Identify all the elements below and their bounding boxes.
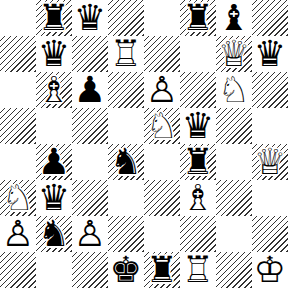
- white-queen-icon: ♕: [216, 36, 252, 72]
- piece-white-bishop[interactable]: ♝♗: [36, 72, 72, 108]
- square-c8[interactable]: ♛♛: [72, 0, 108, 36]
- square-g1[interactable]: [216, 252, 252, 288]
- square-f5[interactable]: ♛♛: [180, 108, 216, 144]
- piece-white-pawn[interactable]: ♟♙: [72, 216, 108, 252]
- square-a1[interactable]: [0, 252, 36, 288]
- square-d6[interactable]: [108, 72, 144, 108]
- piece-black-queen[interactable]: ♛♛: [36, 180, 72, 216]
- square-a6[interactable]: [0, 72, 36, 108]
- black-queen-icon: ♛: [36, 180, 72, 216]
- square-d8[interactable]: [108, 0, 144, 36]
- square-b6[interactable]: ♝♗: [36, 72, 72, 108]
- piece-white-pawn[interactable]: ♟♙: [144, 72, 180, 108]
- white-knight-icon: ♘: [144, 108, 180, 144]
- piece-black-pawn[interactable]: ♟♟: [72, 72, 108, 108]
- square-b1[interactable]: [36, 252, 72, 288]
- square-b5[interactable]: [36, 108, 72, 144]
- piece-white-bishop[interactable]: ♝♗: [180, 180, 216, 216]
- square-f2[interactable]: [180, 216, 216, 252]
- black-rook-icon: ♜: [180, 0, 216, 36]
- piece-black-rook[interactable]: ♜♜: [180, 0, 216, 36]
- square-a4[interactable]: [0, 144, 36, 180]
- piece-white-rook[interactable]: ♜♖: [180, 252, 216, 288]
- square-c4[interactable]: [72, 144, 108, 180]
- white-king-icon: ♔: [252, 252, 288, 288]
- black-rook-icon: ♜: [144, 252, 180, 288]
- black-queen-icon: ♛: [180, 108, 216, 144]
- black-queen-icon: ♛: [72, 0, 108, 36]
- black-queen-icon: ♛: [36, 36, 72, 72]
- piece-white-pawn[interactable]: ♟♙: [0, 216, 36, 252]
- piece-black-queen[interactable]: ♛♛: [252, 36, 288, 72]
- square-a8[interactable]: [0, 0, 36, 36]
- square-d4[interactable]: ♞♞: [108, 144, 144, 180]
- square-h6[interactable]: [252, 72, 288, 108]
- piece-black-bishop[interactable]: ♝♝: [216, 0, 252, 36]
- square-d2[interactable]: [108, 216, 144, 252]
- square-c2[interactable]: ♟♙: [72, 216, 108, 252]
- piece-black-rook[interactable]: ♜♜: [144, 252, 180, 288]
- square-a3[interactable]: ♞♘: [0, 180, 36, 216]
- black-pawn-icon: ♟: [36, 144, 72, 180]
- black-knight-icon: ♞: [36, 216, 72, 252]
- white-knight-icon: ♘: [216, 72, 252, 108]
- square-h4[interactable]: ♛♕: [252, 144, 288, 180]
- square-d1[interactable]: ♚♚: [108, 252, 144, 288]
- white-bishop-icon: ♗: [180, 180, 216, 216]
- piece-white-queen[interactable]: ♛♕: [216, 36, 252, 72]
- black-king-icon: ♚: [108, 252, 144, 288]
- square-f8[interactable]: ♜♜: [180, 0, 216, 36]
- square-f3[interactable]: ♝♗: [180, 180, 216, 216]
- piece-black-queen[interactable]: ♛♛: [180, 108, 216, 144]
- square-e7[interactable]: [144, 36, 180, 72]
- square-h3[interactable]: [252, 180, 288, 216]
- piece-white-knight[interactable]: ♞♘: [144, 108, 180, 144]
- square-e1[interactable]: ♜♜: [144, 252, 180, 288]
- square-h2[interactable]: [252, 216, 288, 252]
- square-c7[interactable]: [72, 36, 108, 72]
- black-rook-icon: ♜: [180, 144, 216, 180]
- square-e5[interactable]: ♞♘: [144, 108, 180, 144]
- square-f6[interactable]: [180, 72, 216, 108]
- square-c5[interactable]: [72, 108, 108, 144]
- square-a7[interactable]: [0, 36, 36, 72]
- square-f1[interactable]: ♜♖: [180, 252, 216, 288]
- square-b4[interactable]: ♟♟: [36, 144, 72, 180]
- piece-black-king[interactable]: ♚♚: [108, 252, 144, 288]
- square-h5[interactable]: [252, 108, 288, 144]
- square-f7[interactable]: [180, 36, 216, 72]
- square-b3[interactable]: ♛♛: [36, 180, 72, 216]
- square-h7[interactable]: ♛♛: [252, 36, 288, 72]
- black-bishop-icon: ♝: [216, 0, 252, 36]
- square-g2[interactable]: [216, 216, 252, 252]
- square-b7[interactable]: ♛♛: [36, 36, 72, 72]
- square-h8[interactable]: [252, 0, 288, 36]
- square-e4[interactable]: [144, 144, 180, 180]
- square-d3[interactable]: [108, 180, 144, 216]
- black-queen-icon: ♛: [252, 36, 288, 72]
- white-rook-icon: ♖: [108, 36, 144, 72]
- piece-black-knight[interactable]: ♞♞: [108, 144, 144, 180]
- white-pawn-icon: ♙: [72, 216, 108, 252]
- white-pawn-icon: ♙: [0, 216, 36, 252]
- piece-white-king[interactable]: ♚♔: [252, 252, 288, 288]
- square-c1[interactable]: [72, 252, 108, 288]
- square-g3[interactable]: [216, 180, 252, 216]
- square-e3[interactable]: [144, 180, 180, 216]
- square-g6[interactable]: ♞♘: [216, 72, 252, 108]
- piece-black-queen[interactable]: ♛♛: [36, 36, 72, 72]
- square-a2[interactable]: ♟♙: [0, 216, 36, 252]
- piece-white-rook[interactable]: ♜♖: [108, 36, 144, 72]
- square-g4[interactable]: [216, 144, 252, 180]
- piece-white-queen[interactable]: ♛♕: [252, 144, 288, 180]
- square-h1[interactable]: ♚♔: [252, 252, 288, 288]
- square-d5[interactable]: [108, 108, 144, 144]
- square-c3[interactable]: [72, 180, 108, 216]
- piece-black-pawn[interactable]: ♟♟: [36, 144, 72, 180]
- square-a5[interactable]: [0, 108, 36, 144]
- piece-black-rook[interactable]: ♜♜: [180, 144, 216, 180]
- black-pawn-icon: ♟: [72, 72, 108, 108]
- square-f4[interactable]: ♜♜: [180, 144, 216, 180]
- square-e6[interactable]: ♟♙: [144, 72, 180, 108]
- square-e2[interactable]: [144, 216, 180, 252]
- chess-board: ♜♜♛♛♜♜♝♝♛♛♜♖♛♕♛♛♝♗♟♟♟♙♞♘♞♘♛♛♟♟♞♞♜♜♛♕♞♘♛♛…: [0, 0, 288, 288]
- square-b2[interactable]: ♞♞: [36, 216, 72, 252]
- piece-black-rook[interactable]: ♜♜: [36, 0, 72, 36]
- piece-white-knight[interactable]: ♞♘: [216, 72, 252, 108]
- square-g7[interactable]: ♛♕: [216, 36, 252, 72]
- square-g5[interactable]: [216, 108, 252, 144]
- black-knight-icon: ♞: [108, 144, 144, 180]
- white-knight-icon: ♘: [0, 180, 36, 216]
- piece-black-queen[interactable]: ♛♛: [72, 0, 108, 36]
- piece-white-knight[interactable]: ♞♘: [0, 180, 36, 216]
- white-pawn-icon: ♙: [144, 72, 180, 108]
- square-c6[interactable]: ♟♟: [72, 72, 108, 108]
- square-g8[interactable]: ♝♝: [216, 0, 252, 36]
- piece-black-knight[interactable]: ♞♞: [36, 216, 72, 252]
- white-bishop-icon: ♗: [36, 72, 72, 108]
- square-d7[interactable]: ♜♖: [108, 36, 144, 72]
- square-e8[interactable]: [144, 0, 180, 36]
- white-queen-icon: ♕: [252, 144, 288, 180]
- white-rook-icon: ♖: [180, 252, 216, 288]
- black-rook-icon: ♜: [36, 0, 72, 36]
- square-b8[interactable]: ♜♜: [36, 0, 72, 36]
